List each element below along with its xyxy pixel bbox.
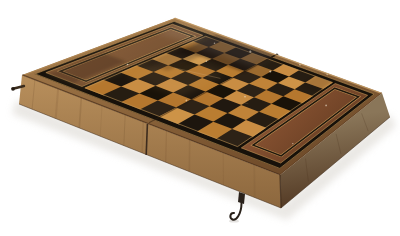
folding-game-board	[0, 0, 400, 236]
dust-speck	[244, 96, 246, 98]
corner-pin-tip	[11, 87, 15, 91]
wood-grain-streak	[166, 131, 167, 162]
dust-speck	[249, 51, 251, 53]
dust-speck	[269, 71, 271, 73]
dust-speck	[186, 100, 188, 102]
dust-speck	[214, 43, 216, 45]
hook-clasp	[230, 203, 241, 220]
dust-speck	[206, 60, 208, 62]
dust-speck	[127, 64, 129, 66]
photo-antique-folding-game-board	[0, 0, 400, 236]
wood-grain-streak	[254, 165, 255, 198]
dust-speck	[292, 143, 293, 144]
dust-speck	[325, 105, 327, 107]
